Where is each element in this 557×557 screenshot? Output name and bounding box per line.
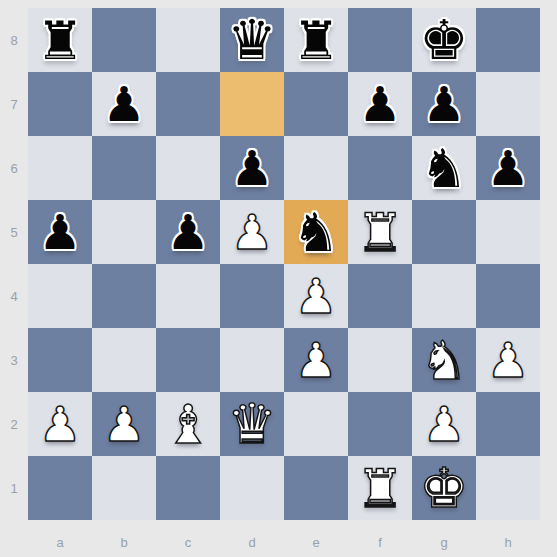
square-f6[interactable] [348,136,412,200]
piece-black-knight-e5[interactable]: ♞ [284,200,348,264]
square-f8[interactable] [348,8,412,72]
square-c7[interactable] [156,72,220,136]
square-h1[interactable] [476,456,540,520]
rank-label-3: 3 [0,328,28,392]
square-e5[interactable]: ♞ [284,200,348,264]
square-a8[interactable]: ♜ [28,8,92,72]
square-c1[interactable] [156,456,220,520]
square-g3[interactable]: ♞ [412,328,476,392]
square-b2[interactable]: ♟ [92,392,156,456]
square-d2[interactable]: ♛ [220,392,284,456]
square-h7[interactable] [476,72,540,136]
square-a7[interactable] [28,72,92,136]
rank-label-2: 2 [0,392,28,456]
piece-black-knight-g6[interactable]: ♞ [412,136,476,200]
square-b1[interactable] [92,456,156,520]
piece-white-knight-g3[interactable]: ♞ [412,328,476,392]
file-label-c: c [156,530,220,554]
square-b4[interactable] [92,264,156,328]
square-b7[interactable]: ♟ [92,72,156,136]
piece-white-pawn-e4[interactable]: ♟ [284,264,348,328]
square-c6[interactable] [156,136,220,200]
file-label-d: d [220,530,284,554]
piece-black-pawn-a5[interactable]: ♟ [28,200,92,264]
square-c5[interactable]: ♟ [156,200,220,264]
square-d1[interactable] [220,456,284,520]
piece-black-rook-a8[interactable]: ♜ [28,8,92,72]
square-b8[interactable] [92,8,156,72]
square-d8[interactable]: ♛ [220,8,284,72]
square-g6[interactable]: ♞ [412,136,476,200]
piece-white-rook-f5[interactable]: ♜ [348,200,412,264]
square-g5[interactable] [412,200,476,264]
file-label-h: h [476,530,540,554]
piece-white-bishop-c2[interactable]: ♝ [156,392,220,456]
square-h4[interactable] [476,264,540,328]
square-e2[interactable] [284,392,348,456]
square-c3[interactable] [156,328,220,392]
square-b6[interactable] [92,136,156,200]
square-h2[interactable] [476,392,540,456]
square-d3[interactable] [220,328,284,392]
square-a4[interactable] [28,264,92,328]
piece-white-queen-d2[interactable]: ♛ [220,392,284,456]
rank-label-5: 5 [0,200,28,264]
piece-black-pawn-g7[interactable]: ♟ [412,72,476,136]
square-d6[interactable]: ♟ [220,136,284,200]
square-g7[interactable]: ♟ [412,72,476,136]
square-g1[interactable]: ♚ [412,456,476,520]
piece-white-pawn-g2[interactable]: ♟ [412,392,476,456]
piece-white-pawn-e3[interactable]: ♟ [284,328,348,392]
rank-label-6: 6 [0,136,28,200]
chess-board: ♜♛♜♚♟♟♟♟♞♟♟♟♟♞♜♟♟♞♟♟♟♝♛♟♜♚ [28,8,540,520]
square-a1[interactable] [28,456,92,520]
square-f2[interactable] [348,392,412,456]
square-e6[interactable] [284,136,348,200]
square-e1[interactable] [284,456,348,520]
file-label-b: b [92,530,156,554]
square-g2[interactable]: ♟ [412,392,476,456]
piece-black-pawn-c5[interactable]: ♟ [156,200,220,264]
file-label-f: f [348,530,412,554]
square-b3[interactable] [92,328,156,392]
square-c8[interactable] [156,8,220,72]
square-g8[interactable]: ♚ [412,8,476,72]
piece-black-pawn-d6[interactable]: ♟ [220,136,284,200]
file-label-g: g [412,530,476,554]
square-g4[interactable] [412,264,476,328]
square-e7[interactable] [284,72,348,136]
file-label-a: a [28,530,92,554]
square-f5[interactable]: ♜ [348,200,412,264]
square-a5[interactable]: ♟ [28,200,92,264]
piece-white-pawn-a2[interactable]: ♟ [28,392,92,456]
piece-black-pawn-b7[interactable]: ♟ [92,72,156,136]
square-a2[interactable]: ♟ [28,392,92,456]
square-e3[interactable]: ♟ [284,328,348,392]
rank-label-7: 7 [0,72,28,136]
square-a6[interactable] [28,136,92,200]
piece-black-pawn-h6[interactable]: ♟ [476,136,540,200]
square-e8[interactable]: ♜ [284,8,348,72]
square-f4[interactable] [348,264,412,328]
square-c2[interactable]: ♝ [156,392,220,456]
file-label-e: e [284,530,348,554]
piece-white-pawn-b2[interactable]: ♟ [92,392,156,456]
square-f3[interactable] [348,328,412,392]
piece-white-rook-f1[interactable]: ♜ [348,456,412,520]
piece-black-pawn-f7[interactable]: ♟ [348,72,412,136]
square-e4[interactable]: ♟ [284,264,348,328]
square-d7[interactable] [220,72,284,136]
rank-label-1: 1 [0,456,28,520]
square-c4[interactable] [156,264,220,328]
square-h6[interactable]: ♟ [476,136,540,200]
square-d4[interactable] [220,264,284,328]
square-d5[interactable]: ♟ [220,200,284,264]
square-b5[interactable] [92,200,156,264]
piece-white-king-g1[interactable]: ♚ [412,456,476,520]
rank-label-4: 4 [0,264,28,328]
piece-black-king-g8[interactable]: ♚ [412,8,476,72]
chess-app-stage: ♜♛♜♚♟♟♟♟♞♟♟♟♟♞♜♟♟♞♟♟♟♝♛♟♜♚ 87654321 abcd… [0,0,557,557]
square-f1[interactable]: ♜ [348,456,412,520]
square-h3[interactable]: ♟ [476,328,540,392]
square-h5[interactable] [476,200,540,264]
piece-black-queen-d8[interactable]: ♛ [220,8,284,72]
square-a3[interactable] [28,328,92,392]
piece-black-rook-e8[interactable]: ♜ [284,8,348,72]
square-h8[interactable] [476,8,540,72]
square-f7[interactable]: ♟ [348,72,412,136]
piece-white-pawn-h3[interactable]: ♟ [476,328,540,392]
rank-label-8: 8 [0,8,28,72]
piece-white-pawn-d5[interactable]: ♟ [220,200,284,264]
